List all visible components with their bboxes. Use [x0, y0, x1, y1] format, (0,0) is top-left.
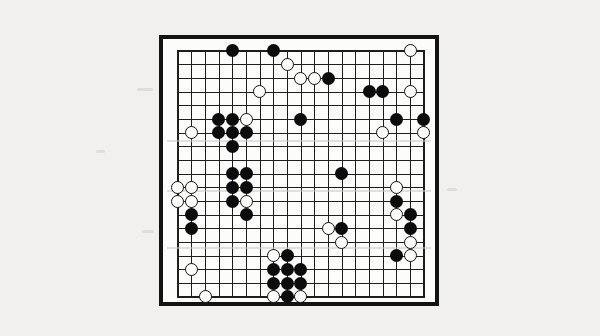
- black-stone: ●: [281, 277, 294, 290]
- black-stone: ●: [322, 72, 335, 85]
- black-stone: ●: [226, 44, 239, 57]
- black-stone: ●: [226, 181, 239, 194]
- black-stone: ●: [240, 167, 253, 180]
- black-stone: ●: [281, 249, 294, 262]
- board-cell: ○: [403, 85, 417, 99]
- go-board: ●●○○○○●○●●○●●○●●●○●●●○○●●●●○○●●○○○●○●●●○…: [159, 35, 439, 306]
- black-stone: ●: [240, 208, 253, 221]
- board-cell: ○: [185, 126, 199, 140]
- board-cell: ●: [294, 112, 308, 126]
- black-stone: ●: [267, 277, 280, 290]
- white-stone: ○: [185, 181, 198, 194]
- board-cell: ○: [185, 263, 199, 277]
- scan-smudge: [447, 188, 457, 191]
- white-stone: ○: [240, 113, 253, 126]
- board-cell: ●: [280, 263, 294, 277]
- board-cell: ●: [226, 140, 240, 154]
- black-stone: ●: [404, 208, 417, 221]
- board-cell: ●: [267, 276, 281, 290]
- board-cell: ●: [212, 112, 226, 126]
- board-cell: ●: [239, 181, 253, 195]
- white-stone: ○: [404, 85, 417, 98]
- board-cell: ●: [239, 126, 253, 140]
- black-stone: ●: [240, 181, 253, 194]
- white-stone: ○: [240, 195, 253, 208]
- board-cell: ●: [376, 85, 390, 99]
- black-stone: ●: [281, 290, 294, 303]
- board-cell: ○: [417, 126, 431, 140]
- scan-smudge: [96, 150, 105, 153]
- white-stone: ○: [294, 72, 307, 85]
- board-cell: ●: [335, 222, 349, 236]
- board-cell: ○: [403, 249, 417, 263]
- board-cell: ○: [321, 222, 335, 236]
- board-cell: ○: [403, 235, 417, 249]
- white-stone: ○: [253, 85, 266, 98]
- board-cell: ●: [185, 208, 199, 222]
- white-stone: ○: [390, 208, 403, 221]
- board-cell: ○: [239, 194, 253, 208]
- black-stone: ●: [417, 113, 430, 126]
- board-cell: ○: [280, 58, 294, 72]
- board-cell: ○: [294, 290, 308, 304]
- white-stone: ○: [390, 181, 403, 194]
- black-stone: ●: [240, 126, 253, 139]
- white-stone: ○: [171, 181, 184, 194]
- board-cell: ○: [267, 249, 281, 263]
- black-stone: ●: [404, 222, 417, 235]
- white-stone: ○: [185, 263, 198, 276]
- black-stone: ●: [212, 113, 225, 126]
- white-stone: ○: [376, 126, 389, 139]
- board-cell: ○: [294, 71, 308, 85]
- board-cell: ●: [280, 249, 294, 263]
- board-cell: ○: [253, 85, 267, 99]
- board-cell: ●: [403, 222, 417, 236]
- board-cell: ●: [226, 181, 240, 195]
- board-cell: ○: [390, 208, 404, 222]
- scanned-go-diagram-page: { "game": "Go (weiqi / baduk) problem di…: [0, 0, 600, 336]
- scan-smudge: [142, 230, 154, 233]
- board-cell: ●: [267, 44, 281, 58]
- board-cell: ●: [280, 290, 294, 304]
- black-stone: ●: [376, 85, 389, 98]
- white-stone: ○: [267, 290, 280, 303]
- white-stone: ○: [308, 72, 321, 85]
- black-stone: ●: [363, 85, 376, 98]
- black-stone: ●: [390, 249, 403, 262]
- board-cell: ○: [308, 71, 322, 85]
- board-cell: ○: [185, 181, 199, 195]
- black-stone: ●: [294, 263, 307, 276]
- board-cell: ●: [226, 126, 240, 140]
- board-cell: ○: [403, 44, 417, 58]
- black-stone: ●: [226, 195, 239, 208]
- board-cell: ●: [321, 71, 335, 85]
- board-cell: ●: [362, 85, 376, 99]
- black-stone: ●: [226, 167, 239, 180]
- white-stone: ○: [294, 290, 307, 303]
- black-stone: ●: [335, 222, 348, 235]
- board-cell: ●: [280, 276, 294, 290]
- board-cell: ●: [239, 167, 253, 181]
- black-stone: ●: [281, 263, 294, 276]
- black-stone: ●: [267, 263, 280, 276]
- black-stone: ●: [335, 167, 348, 180]
- black-stone: ●: [294, 113, 307, 126]
- black-stone: ●: [267, 44, 280, 57]
- board-cell: ○: [335, 235, 349, 249]
- white-stone: ○: [267, 249, 280, 262]
- board-cell: ●: [226, 44, 240, 58]
- black-stone: ●: [226, 113, 239, 126]
- board-cell: ●: [294, 276, 308, 290]
- board-cell: ○: [171, 181, 185, 195]
- board-cell: ●: [335, 167, 349, 181]
- board-cell: ●: [226, 167, 240, 181]
- stone-layer: ●●○○○○●○●●○●●○●●●○●●●○○●●●●○○●●○○○●○●●●○…: [171, 44, 431, 304]
- black-stone: ●: [226, 126, 239, 139]
- board-cell: ●: [390, 249, 404, 263]
- white-stone: ○: [185, 195, 198, 208]
- board-cell: ●: [212, 126, 226, 140]
- white-stone: ○: [335, 236, 348, 249]
- board-cell: ○: [390, 181, 404, 195]
- black-stone: ●: [185, 208, 198, 221]
- board-cell: ○: [267, 290, 281, 304]
- board-cell: ○: [171, 194, 185, 208]
- board-cell: ●: [185, 222, 199, 236]
- board-cell: ●: [390, 112, 404, 126]
- board-cell: ○: [376, 126, 390, 140]
- white-stone: ○: [404, 249, 417, 262]
- black-stone: ●: [185, 222, 198, 235]
- board-cell: ●: [239, 208, 253, 222]
- white-stone: ○: [185, 126, 198, 139]
- black-stone: ●: [390, 113, 403, 126]
- board-cell: ○: [185, 194, 199, 208]
- white-stone: ○: [404, 236, 417, 249]
- board-cell: ●: [294, 263, 308, 277]
- board-cell: ○: [239, 112, 253, 126]
- white-stone: ○: [404, 44, 417, 57]
- board-cell: ●: [417, 112, 431, 126]
- white-stone: ○: [199, 290, 212, 303]
- board-cell: ●: [403, 208, 417, 222]
- white-stone: ○: [171, 195, 184, 208]
- white-stone: ○: [417, 126, 430, 139]
- board-cell: ○: [198, 290, 212, 304]
- black-stone: ●: [390, 195, 403, 208]
- black-stone: ●: [226, 140, 239, 153]
- board-cell: ●: [267, 263, 281, 277]
- white-stone: ○: [281, 58, 294, 71]
- board-cell: ●: [390, 194, 404, 208]
- black-stone: ●: [212, 126, 225, 139]
- black-stone: ●: [294, 277, 307, 290]
- board-cell: ●: [226, 194, 240, 208]
- scan-smudge: [137, 88, 153, 91]
- board-cell: ●: [226, 112, 240, 126]
- white-stone: ○: [322, 222, 335, 235]
